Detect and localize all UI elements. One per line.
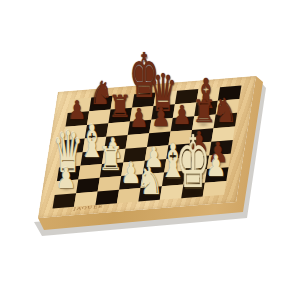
board-square: [117, 188, 141, 203]
chess-set-photo: JAQUES ♞♚♟♜♛♝♟♟♟♜♞♟♟♝♟♛♜♟♟♟♝♟♟♞♚: [0, 0, 285, 285]
chess-board: JAQUES: [38, 76, 256, 218]
board-grid: [53, 85, 242, 208]
board-square: [95, 190, 119, 205]
board-square: [181, 183, 205, 198]
board-square: [138, 186, 162, 201]
board-square: [53, 193, 77, 208]
board-square: [160, 184, 184, 199]
board-square: [203, 181, 227, 196]
